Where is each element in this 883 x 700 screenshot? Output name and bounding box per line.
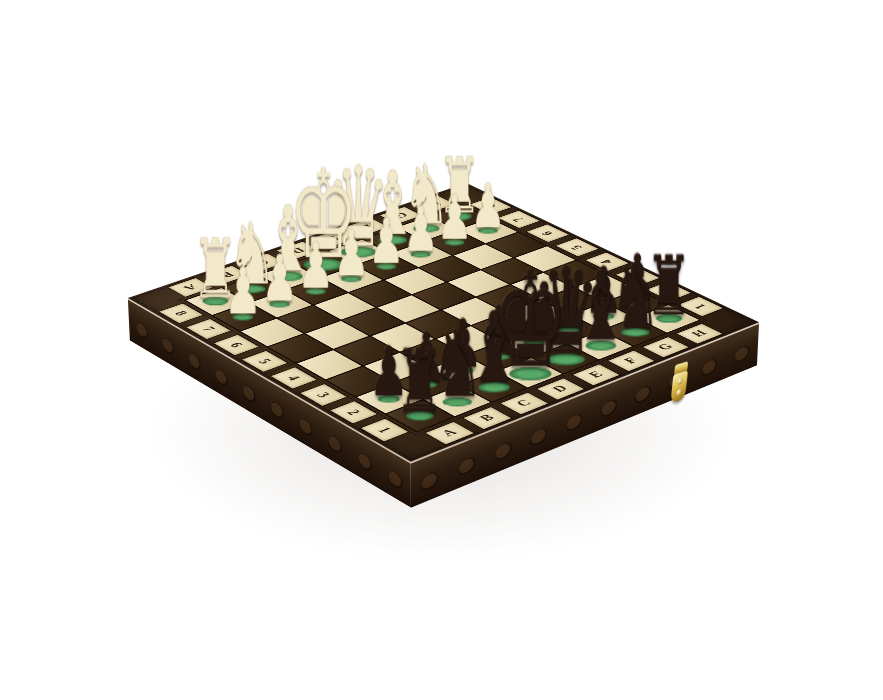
piece-black-rook-a1[interactable]: ♜ (385, 400, 454, 432)
white-pawn-glyph: ♟ (180, 259, 307, 324)
latch-plate (670, 370, 688, 403)
black-rook-glyph: ♜ (353, 338, 488, 425)
product-photo-scene: ABCDEFGH ABCDEFGH 87654321 87654321 ♜♞♝♚… (0, 0, 883, 700)
